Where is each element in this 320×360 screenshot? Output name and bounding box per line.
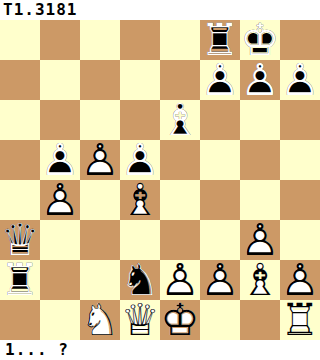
square-f4[interactable]: [200, 180, 240, 220]
black-pawn-piece: ♟♙: [240, 60, 280, 100]
square-f1[interactable]: [200, 300, 240, 340]
square-a6[interactable]: [0, 100, 40, 140]
white-queen-piece: ♛♕: [120, 300, 160, 340]
white-knight-detail-icon: ♘: [80, 300, 120, 340]
white-pawn-piece: ♟♙: [200, 260, 240, 300]
square-f6[interactable]: [200, 100, 240, 140]
square-b8[interactable]: [40, 20, 80, 60]
black-pawn-piece: ♟♙: [200, 60, 240, 100]
white-rook-piece: ♜♖: [280, 300, 320, 340]
white-bishop-detail-icon: ♗: [240, 260, 280, 300]
square-h4[interactable]: [280, 180, 320, 220]
black-pawn-detail-icon: ♙: [200, 60, 240, 100]
white-king-piece: ♚♔: [160, 300, 200, 340]
white-king-detail-icon: ♔: [160, 300, 200, 340]
white-queen-detail-icon: ♕: [120, 300, 160, 340]
black-pawn-detail-icon: ♙: [240, 60, 280, 100]
square-f2[interactable]: ♟♙: [200, 260, 240, 300]
square-a1[interactable]: [0, 300, 40, 340]
square-h7[interactable]: ♟♙: [280, 60, 320, 100]
square-g1[interactable]: [240, 300, 280, 340]
white-pawn-detail-icon: ♙: [80, 140, 120, 180]
white-knight-piece: ♞♘: [80, 300, 120, 340]
square-c3[interactable]: [80, 220, 120, 260]
square-e6[interactable]: ♝♗: [160, 100, 200, 140]
square-f5[interactable]: [200, 140, 240, 180]
square-d1[interactable]: ♛♕: [120, 300, 160, 340]
square-g2[interactable]: ♝♗: [240, 260, 280, 300]
black-bishop-detail-icon: ♗: [160, 100, 200, 140]
square-e4[interactable]: [160, 180, 200, 220]
white-pawn-piece: ♟♙: [80, 140, 120, 180]
square-c5[interactable]: ♟♙: [80, 140, 120, 180]
square-b1[interactable]: [40, 300, 80, 340]
square-d4[interactable]: ♝♗: [120, 180, 160, 220]
black-pawn-piece: ♟♙: [280, 60, 320, 100]
square-d8[interactable]: [120, 20, 160, 60]
black-rook-piece: ♜♖: [0, 260, 40, 300]
square-b4[interactable]: ♟♙: [40, 180, 80, 220]
square-a2[interactable]: ♜♖: [0, 260, 40, 300]
square-c4[interactable]: [80, 180, 120, 220]
white-pawn-piece: ♟♙: [40, 180, 80, 220]
white-pawn-detail-icon: ♙: [40, 180, 80, 220]
chess-puzzle-app: T1.3181 ♜♖♚♔♟♙♟♙♟♙♝♗♟♙♟♙♟♙♟♙♝♗♛♕♟♙♜♖♞♘♟♙…: [0, 0, 320, 360]
white-bishop-piece: ♝♗: [120, 180, 160, 220]
white-bishop-detail-icon: ♗: [120, 180, 160, 220]
square-h5[interactable]: [280, 140, 320, 180]
square-b7[interactable]: [40, 60, 80, 100]
white-rook-detail-icon: ♖: [280, 300, 320, 340]
square-e8[interactable]: [160, 20, 200, 60]
square-d7[interactable]: [120, 60, 160, 100]
square-g7[interactable]: ♟♙: [240, 60, 280, 100]
square-a7[interactable]: [0, 60, 40, 100]
square-c8[interactable]: [80, 20, 120, 60]
black-bishop-piece: ♝♗: [160, 100, 200, 140]
square-h1[interactable]: ♜♖: [280, 300, 320, 340]
square-g5[interactable]: [240, 140, 280, 180]
square-e1[interactable]: ♚♔: [160, 300, 200, 340]
square-a8[interactable]: [0, 20, 40, 60]
square-b2[interactable]: [40, 260, 80, 300]
white-pawn-detail-icon: ♙: [200, 260, 240, 300]
chess-board: ♜♖♚♔♟♙♟♙♟♙♝♗♟♙♟♙♟♙♟♙♝♗♛♕♟♙♜♖♞♘♟♙♟♙♝♗♟♙♞♘…: [0, 20, 320, 340]
square-g6[interactable]: [240, 100, 280, 140]
square-c7[interactable]: [80, 60, 120, 100]
square-e5[interactable]: [160, 140, 200, 180]
square-b3[interactable]: [40, 220, 80, 260]
square-a5[interactable]: [0, 140, 40, 180]
square-c1[interactable]: ♞♘: [80, 300, 120, 340]
black-pawn-detail-icon: ♙: [280, 60, 320, 100]
square-f7[interactable]: ♟♙: [200, 60, 240, 100]
black-rook-detail-icon: ♖: [0, 260, 40, 300]
square-h6[interactable]: [280, 100, 320, 140]
white-bishop-piece: ♝♗: [240, 260, 280, 300]
